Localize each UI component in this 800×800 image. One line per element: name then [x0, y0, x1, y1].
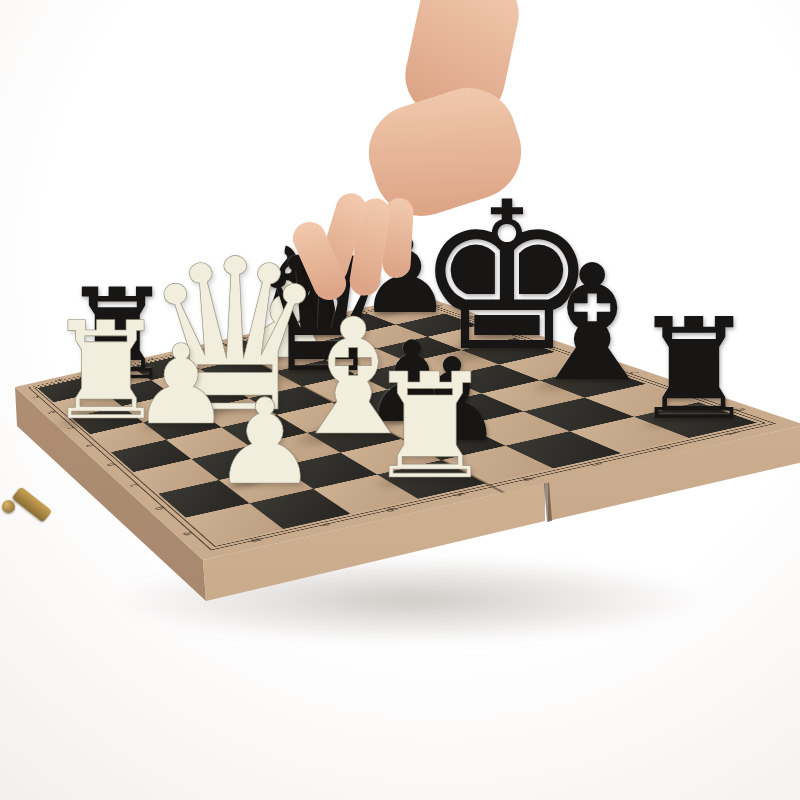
black-rook-a1[interactable]: ♜ — [631, 300, 757, 440]
file-label-a-near: a — [178, 529, 196, 537]
file-label-d-near: d — [103, 461, 118, 468]
white-pawn-b7[interactable]: ♟ — [212, 383, 318, 501]
brass-latch-knob-icon — [2, 500, 15, 513]
rank-label-3-near: 3 — [583, 460, 607, 468]
file-label-b-near: b — [151, 504, 168, 512]
file-label-h-near: h — [30, 395, 42, 400]
chess-photo-scene: aabbccddeeffgghh8877665544332211 ♜♜♟♛♟♟♞… — [0, 0, 800, 800]
white-rook-a5[interactable]: ♜ — [365, 354, 495, 499]
brass-latch-plate — [12, 486, 53, 522]
file-label-c-near: c — [126, 482, 142, 489]
rank-label-7-near: 7 — [312, 521, 333, 530]
rank-label-4-near: 4 — [515, 476, 538, 484]
rank-label-8-near: 8 — [245, 536, 265, 545]
